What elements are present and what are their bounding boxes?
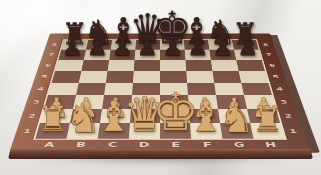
white-knight-g1[interactable]: ♞ — [219, 97, 255, 137]
black-pawn-g7[interactable]: ♟ — [212, 35, 234, 59]
black-pawn-b7[interactable]: ♟ — [86, 35, 108, 59]
black-pawn-a7[interactable]: ♟ — [61, 35, 83, 59]
black-pawn-c7[interactable]: ♟ — [112, 35, 134, 59]
black-pawn-h7[interactable]: ♟ — [237, 35, 259, 59]
white-rook-a1[interactable]: ♜ — [37, 102, 68, 137]
black-pawn-e7[interactable]: ♟ — [162, 35, 184, 59]
photo-scene: ABCDEFGH 87654321 87654321 ♜♞♝♛♚♝♞♜♟♟♟♟♟… — [0, 0, 321, 175]
black-pawn-f7[interactable]: ♟ — [187, 35, 209, 59]
black-pawn-d7[interactable]: ♟ — [137, 35, 159, 59]
pieces-layer: ♜♞♝♛♚♝♞♜♟♟♟♟♟♟♟♟♟♟♟♟♟♟♟♟♜♞♝♛♚♝♞♜ — [0, 0, 321, 175]
white-rook-h1[interactable]: ♜ — [252, 102, 283, 137]
